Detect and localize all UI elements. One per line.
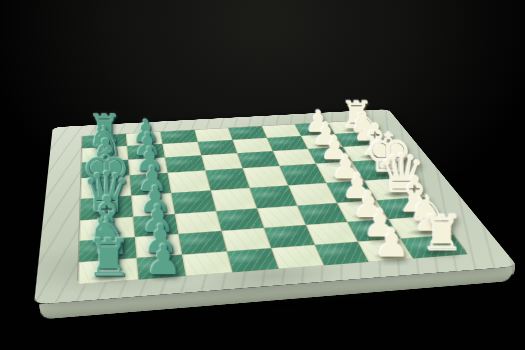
square-a5 [227, 248, 279, 272]
board-reflection [20, 286, 475, 308]
square-f5 [201, 153, 242, 170]
square-b4 [263, 225, 314, 248]
square-f4 [237, 151, 279, 168]
green-rook-piece: ♜ [85, 233, 131, 284]
square-a6 [182, 251, 232, 276]
square-h4 [228, 126, 267, 140]
photo-scene: ♜♟♟♜♞♟♟♞♝♟♟♝♚♟♟♚♛♟♟♛♝♟♟♝♞♟♟♞♜♟♟♜ [0, 0, 525, 350]
square-e4 [242, 166, 288, 188]
square-d4 [249, 186, 296, 209]
square-a8: ♜ [78, 258, 139, 284]
green-pawn-piece: ♟ [144, 239, 181, 280]
square-e5 [205, 168, 249, 190]
white-rook-piece: ♜ [419, 210, 463, 259]
square-h6 [160, 130, 197, 144]
chess-board: ♜♟♟♜♞♟♟♞♝♟♟♝♚♟♟♚♛♟♟♛♝♟♟♝♞♟♟♞♜♟♟♜ [33, 109, 517, 305]
square-e3 [279, 164, 326, 186]
checkerboard: ♜♟♟♜♞♟♟♞♝♟♟♝♚♟♟♚♛♟♟♛♝♟♟♝♞♟♟♞♜♟♟♜ [78, 120, 465, 280]
square-d3 [288, 183, 337, 206]
square-f6 [165, 155, 205, 172]
square-a4 [271, 245, 324, 269]
square-d6 [171, 191, 216, 214]
square-d5 [210, 188, 256, 211]
square-e6 [167, 171, 210, 194]
white-pawn-piece: ♟ [374, 223, 410, 263]
